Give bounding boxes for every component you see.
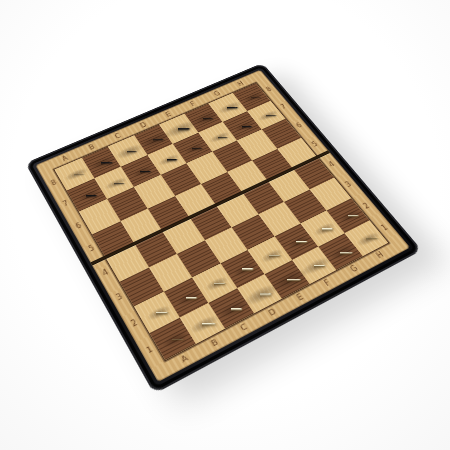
rank-label-right-5: 5 (307, 139, 323, 150)
rank-label-left-6: 6 (70, 220, 87, 233)
folding-chess-board: ♜♞♝♛♚♝♞♜♟♟♟♟♟♟♟♟♟♟♟♟♟♟♟♟♜♞♝♛♚♝♞♜ AABBCCD… (25, 63, 422, 394)
rank-label-right-4: 4 (323, 159, 339, 170)
board-grid: ♜♞♝♛♚♝♞♜♟♟♟♟♟♟♟♟♟♟♟♟♟♟♟♟♜♞♝♛♚♝♞♜ (55, 83, 389, 360)
file-label-bottom-a: A (175, 351, 194, 367)
rank-label-left-7: 7 (58, 198, 75, 210)
wooden-board-face: ♜♞♝♛♚♝♞♜♟♟♟♟♟♟♟♟♟♟♟♟♟♟♟♟♜♞♝♛♚♝♞♜ AABBCCD… (35, 70, 410, 382)
chess-set-photo: ♜♞♝♛♚♝♞♜♟♟♟♟♟♟♟♟♟♟♟♟♟♟♟♟♜♞♝♛♚♝♞♜ AABBCCD… (71, 60, 361, 350)
rank-label-left-1: 1 (140, 342, 159, 357)
rank-label-right-6: 6 (291, 120, 307, 130)
